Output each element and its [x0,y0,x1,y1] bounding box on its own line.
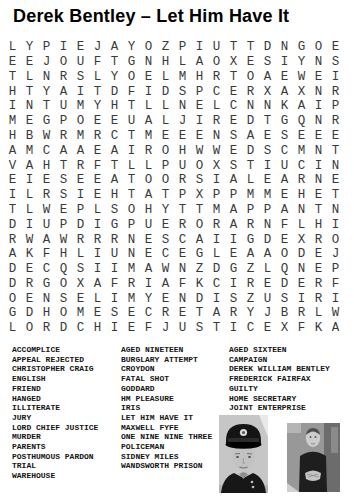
grid-cell[interactable]: A [38,232,55,247]
grid-cell[interactable]: T [55,158,72,173]
grid-cell[interactable]: T [123,188,140,203]
grid-cell[interactable]: A [225,203,242,218]
grid-cell[interactable]: G [106,218,123,233]
grid-cell[interactable]: A [157,277,174,292]
grid-cell[interactable]: R [55,70,72,85]
word-list-item[interactable]: GODDARD [121,384,212,394]
grid-cell[interactable]: R [157,306,174,321]
grid-cell[interactable]: H [106,188,123,203]
grid-cell[interactable]: N [293,262,310,277]
grid-cell[interactable]: A [242,129,259,144]
grid-cell[interactable]: F [293,321,310,336]
grid-cell[interactable]: E [310,262,327,277]
grid-cell[interactable]: J [38,55,55,70]
grid-cell[interactable]: T [4,70,21,85]
grid-cell[interactable]: P [327,99,344,114]
grid-cell[interactable]: E [191,99,208,114]
grid-cell[interactable]: S [276,292,293,307]
grid-cell[interactable]: H [106,99,123,114]
grid-cell[interactable]: M [72,306,89,321]
grid-cell[interactable]: G [293,40,310,55]
grid-cell[interactable]: W [293,70,310,85]
grid-cell[interactable]: S [106,306,123,321]
grid-cell[interactable]: A [140,188,157,203]
word-list-item[interactable]: POSTHUMOUS PARDON [12,452,98,462]
grid-cell[interactable]: T [106,55,123,70]
grid-cell[interactable]: E [89,173,106,188]
grid-cell[interactable]: M [174,70,191,85]
grid-cell[interactable]: S [157,232,174,247]
grid-cell[interactable]: Y [123,40,140,55]
grid-cell[interactable]: U [174,158,191,173]
grid-cell[interactable]: H [140,203,157,218]
grid-cell[interactable]: L [89,203,106,218]
grid-cell[interactable]: I [89,262,106,277]
grid-cell[interactable]: F [174,277,191,292]
grid-cell[interactable]: M [259,188,276,203]
grid-cell[interactable]: E [174,306,191,321]
grid-cell[interactable]: C [293,158,310,173]
grid-cell[interactable]: A [242,247,259,262]
grid-cell[interactable]: P [174,40,191,55]
grid-cell[interactable]: C [208,277,225,292]
grid-cell[interactable]: L [157,70,174,85]
grid-cell[interactable]: P [225,188,242,203]
grid-cell[interactable]: M [72,99,89,114]
grid-cell[interactable]: E [89,114,106,129]
word-list-item[interactable]: MURDER [12,432,98,442]
grid-cell[interactable]: I [208,232,225,247]
grid-cell[interactable]: O [242,70,259,85]
grid-cell[interactable]: L [72,247,89,262]
grid-cell[interactable]: O [310,40,327,55]
word-list-item[interactable]: DEREK WILLIAM BENTLEY [229,364,330,374]
grid-cell[interactable]: N [310,114,327,129]
grid-cell[interactable]: P [38,40,55,55]
grid-cell[interactable]: S [225,292,242,307]
grid-cell[interactable]: E [293,129,310,144]
grid-cell[interactable]: E [123,306,140,321]
grid-cell[interactable]: C [140,306,157,321]
grid-cell[interactable]: U [140,218,157,233]
grid-cell[interactable]: O [208,55,225,70]
grid-cell[interactable]: W [191,144,208,159]
word-list-item[interactable]: AGED NINETEEN [121,345,212,355]
grid-cell[interactable]: A [4,247,21,262]
grid-cell[interactable]: T [123,129,140,144]
grid-cell[interactable]: R [327,114,344,129]
grid-cell[interactable]: R [4,232,21,247]
word-list-item[interactable]: IRIS [121,403,212,413]
grid-cell[interactable]: T [225,40,242,55]
grid-cell[interactable]: N [310,84,327,99]
grid-cell[interactable]: E [259,321,276,336]
grid-cell[interactable]: L [140,158,157,173]
grid-cell[interactable]: R [21,277,38,292]
grid-cell[interactable]: I [310,158,327,173]
grid-cell[interactable]: U [174,321,191,336]
grid-cell[interactable]: L [123,158,140,173]
grid-cell[interactable]: R [310,277,327,292]
grid-cell[interactable]: L [310,306,327,321]
word-list-item[interactable]: JOINT ENTERPRISE [229,403,330,413]
grid-cell[interactable]: U [276,158,293,173]
grid-cell[interactable]: N [174,262,191,277]
grid-cell[interactable]: L [21,203,38,218]
grid-cell[interactable]: E [310,247,327,262]
grid-cell[interactable]: A [225,218,242,233]
grid-cell[interactable]: I [208,292,225,307]
grid-cell[interactable]: W [55,232,72,247]
grid-cell[interactable]: A [140,114,157,129]
grid-cell[interactable]: X [208,158,225,173]
grid-cell[interactable]: O [191,218,208,233]
grid-cell[interactable]: I [89,247,106,262]
grid-cell[interactable]: R [72,232,89,247]
grid-cell[interactable]: R [242,277,259,292]
grid-cell[interactable]: N [276,40,293,55]
grid-cell[interactable]: M [4,114,21,129]
grid-cell[interactable]: T [191,203,208,218]
grid-cell[interactable]: R [310,232,327,247]
grid-cell[interactable]: A [327,321,344,336]
grid-cell[interactable]: E [310,188,327,203]
grid-cell[interactable]: T [242,158,259,173]
word-list-item[interactable]: ONE NINE NINE THREE [121,432,212,442]
grid-cell[interactable]: O [276,247,293,262]
grid-cell[interactable]: F [276,218,293,233]
grid-cell[interactable]: R [310,292,327,307]
grid-cell[interactable]: E [157,292,174,307]
grid-cell[interactable]: C [38,144,55,159]
grid-cell[interactable]: I [72,84,89,99]
grid-cell[interactable]: N [38,292,55,307]
grid-cell[interactable]: E [191,129,208,144]
grid-cell[interactable]: D [242,144,259,159]
grid-cell[interactable]: C [276,144,293,159]
grid-cell[interactable]: S [259,55,276,70]
grid-cell[interactable]: O [157,173,174,188]
grid-cell[interactable]: D [55,321,72,336]
grid-cell[interactable]: S [72,70,89,85]
grid-cell[interactable]: W [327,306,344,321]
grid-cell[interactable]: N [310,144,327,159]
grid-cell[interactable]: W [208,144,225,159]
grid-cell[interactable]: I [225,277,242,292]
grid-cell[interactable]: A [191,55,208,70]
grid-cell[interactable]: S [225,129,242,144]
grid-cell[interactable]: N [38,70,55,85]
grid-cell[interactable]: E [157,218,174,233]
grid-cell[interactable]: T [310,203,327,218]
grid-cell[interactable]: G [225,262,242,277]
word-list-item[interactable]: PARENTS [12,442,98,452]
grid-cell[interactable]: E [259,277,276,292]
grid-cell[interactable]: Y [242,306,259,321]
grid-cell[interactable]: E [327,40,344,55]
grid-cell[interactable]: R [123,277,140,292]
grid-cell[interactable]: O [55,55,72,70]
grid-cell[interactable]: L [242,173,259,188]
grid-cell[interactable]: U [72,55,89,70]
grid-cell[interactable]: D [191,292,208,307]
grid-cell[interactable]: I [327,70,344,85]
grid-cell[interactable]: A [276,173,293,188]
grid-cell[interactable]: U [106,247,123,262]
grid-cell[interactable]: S [327,55,344,70]
grid-cell[interactable]: C [242,321,259,336]
grid-cell[interactable]: R [89,232,106,247]
grid-cell[interactable]: L [21,188,38,203]
grid-cell[interactable]: L [259,262,276,277]
grid-cell[interactable]: S [55,292,72,307]
grid-cell[interactable]: U [55,99,72,114]
grid-cell[interactable]: S [191,173,208,188]
word-list-item[interactable]: WAREHOUSE [12,471,98,481]
word-list-item[interactable]: AGED SIXTEEN [229,345,330,355]
grid-cell[interactable]: B [21,129,38,144]
grid-cell[interactable]: T [225,70,242,85]
word-list-item[interactable]: HM PLEASURE [121,394,212,404]
grid-cell[interactable]: E [276,232,293,247]
word-list-item[interactable]: ACCOMPLICE [12,345,98,355]
grid-cell[interactable]: L [21,70,38,85]
grid-cell[interactable]: E [89,188,106,203]
grid-cell[interactable]: R [174,218,191,233]
grid-cell[interactable]: F [38,247,55,262]
grid-cell[interactable]: E [310,70,327,85]
word-list-item[interactable]: HOME SECRETARY [229,394,330,404]
grid-cell[interactable]: T [327,144,344,159]
grid-cell[interactable]: A [191,232,208,247]
grid-cell[interactable]: O [72,114,89,129]
grid-cell[interactable]: E [140,247,157,262]
grid-cell[interactable]: T [106,158,123,173]
grid-cell[interactable]: P [327,262,344,277]
grid-cell[interactable]: G [191,247,208,262]
grid-cell[interactable]: H [89,321,106,336]
grid-cell[interactable]: O [21,321,38,336]
grid-cell[interactable]: E [157,129,174,144]
grid-cell[interactable]: U [208,40,225,55]
grid-cell[interactable]: M [123,292,140,307]
grid-cell[interactable]: X [191,188,208,203]
grid-cell[interactable]: A [55,84,72,99]
grid-cell[interactable]: I [21,218,38,233]
grid-cell[interactable]: E [21,114,38,129]
grid-cell[interactable]: R [55,129,72,144]
grid-cell[interactable]: I [89,218,106,233]
grid-cell[interactable]: N [310,173,327,188]
grid-cell[interactable]: J [157,321,174,336]
grid-cell[interactable]: E [174,129,191,144]
grid-cell[interactable]: Z [191,262,208,277]
grid-cell[interactable]: R [72,158,89,173]
grid-cell[interactable]: P [55,114,72,129]
grid-cell[interactable]: E [310,129,327,144]
grid-cell[interactable]: N [310,55,327,70]
grid-cell[interactable]: E [276,188,293,203]
grid-cell[interactable]: C [208,84,225,99]
grid-cell[interactable]: N [123,232,140,247]
grid-cell[interactable]: R [38,188,55,203]
grid-cell[interactable]: N [259,99,276,114]
grid-cell[interactable]: W [157,262,174,277]
grid-cell[interactable]: V [4,158,21,173]
grid-cell[interactable]: N [140,55,157,70]
grid-cell[interactable]: E [225,84,242,99]
grid-cell[interactable]: Z [242,292,259,307]
grid-cell[interactable]: A [208,306,225,321]
grid-cell[interactable]: E [174,247,191,262]
grid-cell[interactable]: I [72,188,89,203]
grid-cell[interactable]: T [123,99,140,114]
grid-cell[interactable]: T [208,321,225,336]
grid-cell[interactable]: I [4,188,21,203]
grid-cell[interactable]: Z [242,262,259,277]
grid-cell[interactable]: A [140,262,157,277]
grid-cell[interactable]: H [38,158,55,173]
grid-cell[interactable]: T [327,188,344,203]
grid-cell[interactable]: I [225,232,242,247]
grid-cell[interactable]: H [310,218,327,233]
grid-cell[interactable]: N [327,203,344,218]
grid-cell[interactable]: M [140,129,157,144]
grid-cell[interactable]: E [225,144,242,159]
grid-cell[interactable]: S [174,84,191,99]
grid-cell[interactable]: T [259,114,276,129]
grid-cell[interactable]: E [259,129,276,144]
grid-cell[interactable]: S [55,173,72,188]
grid-cell[interactable]: I [191,40,208,55]
word-list-item[interactable]: FREDERICK FAIRFAX [229,374,330,384]
word-list-item[interactable]: ILLITERATE [12,403,98,413]
grid-cell[interactable]: J [327,247,344,262]
grid-cell[interactable]: S [225,158,242,173]
grid-cell[interactable]: J [259,306,276,321]
grid-cell[interactable]: S [191,321,208,336]
grid-cell[interactable]: F [89,158,106,173]
grid-cell[interactable]: E [327,129,344,144]
grid-cell[interactable]: H [293,188,310,203]
grid-cell[interactable]: S [259,144,276,159]
grid-cell[interactable]: P [191,84,208,99]
grid-cell[interactable]: G [242,232,259,247]
grid-cell[interactable]: S [106,203,123,218]
grid-cell[interactable]: T [174,203,191,218]
grid-cell[interactable]: L [140,99,157,114]
grid-cell[interactable]: W [21,232,38,247]
grid-cell[interactable]: D [276,277,293,292]
grid-cell[interactable]: E [38,173,55,188]
grid-cell[interactable]: G [38,114,55,129]
grid-cell[interactable]: A [21,158,38,173]
grid-cell[interactable]: C [157,247,174,262]
grid-cell[interactable]: R [242,84,259,99]
grid-cell[interactable]: E [242,55,259,70]
grid-cell[interactable]: X [225,55,242,70]
grid-cell[interactable]: M [123,262,140,277]
grid-cell[interactable]: D [259,232,276,247]
grid-cell[interactable]: I [191,114,208,129]
word-list-item[interactable]: CAMPAIGN [229,355,330,365]
grid-cell[interactable]: O [191,158,208,173]
grid-cell[interactable]: Y [293,55,310,70]
grid-cell[interactable]: E [225,247,242,262]
grid-cell[interactable]: P [72,203,89,218]
word-list-item[interactable]: CROYDON [121,364,212,374]
grid-cell[interactable]: Y [157,203,174,218]
grid-cell[interactable]: W [38,203,55,218]
grid-cell[interactable]: E [21,292,38,307]
grid-cell[interactable]: H [191,70,208,85]
grid-cell[interactable]: L [174,55,191,70]
grid-cell[interactable]: L [208,247,225,262]
word-list-item[interactable]: SIDNEY MILES [121,452,212,462]
grid-cell[interactable]: F [89,55,106,70]
grid-cell[interactable]: G [4,306,21,321]
grid-cell[interactable]: D [106,84,123,99]
grid-cell[interactable]: Q [293,114,310,129]
grid-cell[interactable]: Y [21,40,38,55]
grid-cell[interactable]: N [174,99,191,114]
word-list-item[interactable]: BURGLARY ATTEMPT [121,355,212,365]
grid-cell[interactable]: E [140,232,157,247]
grid-cell[interactable]: E [327,173,344,188]
grid-cell[interactable]: U [123,114,140,129]
grid-cell[interactable]: L [157,114,174,129]
word-list-item[interactable]: FRIEND [12,384,98,394]
grid-cell[interactable]: I [106,292,123,307]
grid-cell[interactable]: Y [89,99,106,114]
grid-cell[interactable]: R [327,84,344,99]
grid-cell[interactable]: H [55,247,72,262]
word-list-item[interactable]: HANGED [12,394,98,404]
grid-cell[interactable]: S [72,262,89,277]
word-list-item[interactable]: MAXWELL FYFE [121,423,212,433]
grid-cell[interactable]: M [293,144,310,159]
grid-cell[interactable]: I [327,292,344,307]
grid-cell[interactable]: R [208,218,225,233]
grid-cell[interactable]: C [225,99,242,114]
grid-cell[interactable]: Y [140,292,157,307]
grid-cell[interactable]: M [21,144,38,159]
grid-cell[interactable]: I [21,173,38,188]
grid-cell[interactable]: A [276,84,293,99]
word-list-item[interactable]: JURY [12,413,98,423]
grid-cell[interactable]: I [259,158,276,173]
grid-cell[interactable]: E [89,144,106,159]
grid-cell[interactable]: T [4,203,21,218]
grid-cell[interactable]: E [21,262,38,277]
grid-cell[interactable]: R [174,173,191,188]
grid-cell[interactable]: R [106,232,123,247]
grid-cell[interactable]: E [21,55,38,70]
grid-cell[interactable]: U [38,218,55,233]
grid-cell[interactable]: F [140,321,157,336]
grid-cell[interactable]: E [55,203,72,218]
grid-cell[interactable]: U [259,292,276,307]
grid-cell[interactable]: R [242,218,259,233]
grid-cell[interactable]: I [140,84,157,99]
grid-cell[interactable]: A [225,173,242,188]
grid-cell[interactable]: Q [276,262,293,277]
grid-cell[interactable]: I [123,144,140,159]
word-list-item[interactable]: LORD CHIEF JUSTICE [12,423,98,433]
grid-cell[interactable]: R [293,306,310,321]
grid-cell[interactable]: R [89,129,106,144]
grid-cell[interactable]: N [242,99,259,114]
